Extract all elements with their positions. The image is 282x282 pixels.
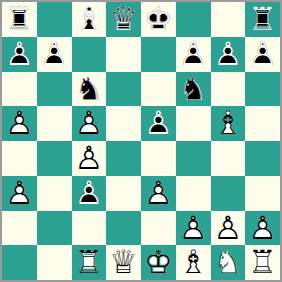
- square-e6[interactable]: [141, 72, 176, 107]
- piece-black-knight[interactable]: ♞♘: [176, 72, 211, 107]
- square-c2[interactable]: [72, 211, 107, 246]
- square-h4[interactable]: [245, 141, 280, 176]
- square-h6[interactable]: [245, 72, 280, 107]
- square-f6[interactable]: ♞♘: [176, 72, 211, 107]
- square-c1[interactable]: ♜♖: [72, 245, 107, 280]
- piece-white-pawn[interactable]: ♟♙: [141, 176, 176, 211]
- piece-black-pawn[interactable]: ♟♙: [176, 37, 211, 72]
- square-d1[interactable]: ♛♕: [106, 245, 141, 280]
- square-h3[interactable]: [245, 176, 280, 211]
- square-g2[interactable]: ♟♙: [211, 211, 246, 246]
- square-a7[interactable]: ♟♙: [2, 37, 37, 72]
- square-f1[interactable]: ♝♗: [176, 245, 211, 280]
- square-g5[interactable]: ♝♗: [211, 106, 246, 141]
- piece-white-queen[interactable]: ♛♕: [106, 245, 141, 280]
- square-g4[interactable]: [211, 141, 246, 176]
- square-d4[interactable]: [106, 141, 141, 176]
- square-b2[interactable]: [37, 211, 72, 246]
- square-c5[interactable]: ♟♙: [72, 106, 107, 141]
- square-g6[interactable]: [211, 72, 246, 107]
- piece-black-pawn[interactable]: ♟♙: [72, 176, 107, 211]
- piece-white-pawn[interactable]: ♟♙: [2, 176, 37, 211]
- square-d3[interactable]: [106, 176, 141, 211]
- square-a3[interactable]: ♟♙: [2, 176, 37, 211]
- square-d6[interactable]: [106, 72, 141, 107]
- chess-board-frame: ♜♖♝♗♛♕♚♔♜♖♟♙♟♙♟♙♟♙♟♙♞♘♞♘♟♙♟♙♟♙♝♗♟♙♟♙♟♙♟♙…: [0, 0, 282, 282]
- square-f2[interactable]: ♟♙: [176, 211, 211, 246]
- square-c7[interactable]: [72, 37, 107, 72]
- piece-white-pawn[interactable]: ♟♙: [72, 106, 107, 141]
- square-a8[interactable]: ♜♖: [2, 2, 37, 37]
- square-c4[interactable]: ♟♙: [72, 141, 107, 176]
- square-f3[interactable]: [176, 176, 211, 211]
- square-h8[interactable]: ♜♖: [245, 2, 280, 37]
- piece-white-rook[interactable]: ♜♖: [72, 245, 107, 280]
- square-f7[interactable]: ♟♙: [176, 37, 211, 72]
- chess-board: ♜♖♝♗♛♕♚♔♜♖♟♙♟♙♟♙♟♙♟♙♞♘♞♘♟♙♟♙♟♙♝♗♟♙♟♙♟♙♟♙…: [2, 2, 280, 280]
- square-h7[interactable]: ♟♙: [245, 37, 280, 72]
- square-d5[interactable]: [106, 106, 141, 141]
- piece-black-pawn[interactable]: ♟♙: [37, 37, 72, 72]
- square-f5[interactable]: [176, 106, 211, 141]
- square-e2[interactable]: [141, 211, 176, 246]
- square-g1[interactable]: ♞♘: [211, 245, 246, 280]
- square-a2[interactable]: [2, 211, 37, 246]
- square-d2[interactable]: [106, 211, 141, 246]
- piece-white-bishop[interactable]: ♝♗: [211, 106, 246, 141]
- square-e1[interactable]: ♚♔: [141, 245, 176, 280]
- square-f8[interactable]: [176, 2, 211, 37]
- square-e3[interactable]: ♟♙: [141, 176, 176, 211]
- piece-black-knight[interactable]: ♞♘: [72, 72, 107, 107]
- square-b4[interactable]: [37, 141, 72, 176]
- piece-white-pawn[interactable]: ♟♙: [72, 141, 107, 176]
- square-b1[interactable]: [37, 245, 72, 280]
- square-g7[interactable]: ♟♙: [211, 37, 246, 72]
- square-h2[interactable]: ♟♙: [245, 211, 280, 246]
- square-a6[interactable]: [2, 72, 37, 107]
- square-b7[interactable]: ♟♙: [37, 37, 72, 72]
- square-g8[interactable]: [211, 2, 246, 37]
- square-e4[interactable]: [141, 141, 176, 176]
- piece-black-rook[interactable]: ♜♖: [245, 2, 280, 37]
- square-d8[interactable]: ♛♕: [106, 2, 141, 37]
- piece-black-pawn[interactable]: ♟♙: [211, 37, 246, 72]
- piece-white-pawn[interactable]: ♟♙: [2, 106, 37, 141]
- piece-black-pawn[interactable]: ♟♙: [2, 37, 37, 72]
- square-e8[interactable]: ♚♔: [141, 2, 176, 37]
- piece-white-knight[interactable]: ♞♘: [211, 245, 246, 280]
- piece-white-bishop[interactable]: ♝♗: [176, 245, 211, 280]
- square-h5[interactable]: [245, 106, 280, 141]
- square-c6[interactable]: ♞♘: [72, 72, 107, 107]
- square-c8[interactable]: ♝♗: [72, 2, 107, 37]
- square-f4[interactable]: [176, 141, 211, 176]
- square-h1[interactable]: ♜♖: [245, 245, 280, 280]
- square-g3[interactable]: [211, 176, 246, 211]
- piece-white-king[interactable]: ♚♔: [141, 245, 176, 280]
- square-e5[interactable]: ♟♙: [141, 106, 176, 141]
- piece-black-rook[interactable]: ♜♖: [2, 2, 37, 37]
- piece-black-bishop[interactable]: ♝♗: [72, 2, 107, 37]
- square-a4[interactable]: [2, 141, 37, 176]
- square-c3[interactable]: ♟♙: [72, 176, 107, 211]
- square-a1[interactable]: [2, 245, 37, 280]
- square-b5[interactable]: [37, 106, 72, 141]
- square-b6[interactable]: [37, 72, 72, 107]
- piece-white-pawn[interactable]: ♟♙: [211, 211, 246, 246]
- piece-black-king[interactable]: ♚♔: [141, 2, 176, 37]
- piece-white-rook[interactable]: ♜♖: [245, 245, 280, 280]
- piece-black-pawn[interactable]: ♟♙: [141, 106, 176, 141]
- piece-black-queen[interactable]: ♛♕: [106, 2, 141, 37]
- piece-white-pawn[interactable]: ♟♙: [176, 211, 211, 246]
- square-e7[interactable]: [141, 37, 176, 72]
- piece-white-pawn[interactable]: ♟♙: [245, 211, 280, 246]
- square-d7[interactable]: [106, 37, 141, 72]
- piece-black-pawn[interactable]: ♟♙: [245, 37, 280, 72]
- square-a5[interactable]: ♟♙: [2, 106, 37, 141]
- square-b8[interactable]: [37, 2, 72, 37]
- square-b3[interactable]: [37, 176, 72, 211]
